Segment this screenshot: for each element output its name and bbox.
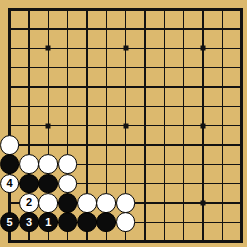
intersection-1-8 — [19, 155, 38, 174]
intersection-12-2 — [232, 39, 247, 58]
intersection-6-10 — [116, 193, 135, 212]
go-diagram: 42531 — [0, 0, 247, 247]
intersection-0-6 — [0, 116, 19, 135]
intersection-0-1 — [0, 19, 19, 38]
intersection-4-7 — [77, 135, 96, 154]
intersection-3-10 — [58, 193, 77, 212]
intersection-6-5 — [116, 97, 135, 116]
intersection-10-1 — [193, 19, 212, 38]
intersection-9-10 — [174, 193, 193, 212]
intersection-2-8 — [39, 155, 58, 174]
intersection-5-3 — [97, 58, 116, 77]
intersection-3-1 — [58, 19, 77, 38]
intersection-8-10 — [155, 193, 174, 212]
intersection-7-9 — [135, 174, 154, 193]
intersection-10-4 — [193, 77, 212, 96]
intersection-9-7 — [174, 135, 193, 154]
intersection-6-1 — [116, 19, 135, 38]
intersection-11-0 — [213, 0, 232, 19]
intersection-10-10 — [193, 193, 212, 212]
intersection-5-9 — [97, 174, 116, 193]
white-stone-move-4: 4 — [0, 174, 20, 194]
intersection-8-2 — [155, 39, 174, 58]
intersection-2-9 — [39, 174, 58, 193]
intersection-2-4 — [39, 77, 58, 96]
intersection-0-0 — [0, 0, 19, 19]
intersection-9-1 — [174, 19, 193, 38]
intersection-5-0 — [97, 0, 116, 19]
intersection-5-7 — [97, 135, 116, 154]
star-point — [46, 46, 51, 51]
intersection-12-7 — [232, 135, 247, 154]
intersection-0-2 — [0, 39, 19, 58]
intersection-5-5 — [97, 97, 116, 116]
intersection-10-2 — [193, 39, 212, 58]
intersection-8-4 — [155, 77, 174, 96]
intersection-2-0 — [39, 0, 58, 19]
intersection-6-8 — [116, 155, 135, 174]
intersection-1-10: 2 — [19, 193, 38, 212]
intersection-12-4 — [232, 77, 247, 96]
intersection-2-7 — [39, 135, 58, 154]
intersection-1-2 — [19, 39, 38, 58]
intersection-4-5 — [77, 97, 96, 116]
intersection-0-11: 5 — [0, 213, 19, 232]
star-point — [123, 123, 128, 128]
intersection-3-8 — [58, 155, 77, 174]
intersection-11-9 — [213, 174, 232, 193]
intersection-8-8 — [155, 155, 174, 174]
intersection-6-2 — [116, 39, 135, 58]
intersection-11-4 — [213, 77, 232, 96]
intersection-1-4 — [19, 77, 38, 96]
intersection-1-0 — [19, 0, 38, 19]
intersection-11-2 — [213, 39, 232, 58]
intersection-4-2 — [77, 39, 96, 58]
intersection-11-11 — [213, 213, 232, 232]
white-stone — [19, 154, 39, 174]
intersection-7-10 — [135, 193, 154, 212]
intersection-2-5 — [39, 97, 58, 116]
intersection-12-6 — [232, 116, 247, 135]
intersection-3-2 — [58, 39, 77, 58]
black-stone — [58, 193, 78, 213]
white-stone — [116, 193, 136, 213]
star-point — [200, 200, 205, 205]
intersection-9-3 — [174, 58, 193, 77]
intersection-5-11 — [97, 213, 116, 232]
intersection-0-7 — [0, 135, 19, 154]
intersection-6-6 — [116, 116, 135, 135]
intersection-10-9 — [193, 174, 212, 193]
go-board: 42531 — [0, 0, 247, 247]
intersection-2-1 — [39, 19, 58, 38]
black-stone — [58, 212, 78, 232]
intersection-5-8 — [97, 155, 116, 174]
intersection-4-1 — [77, 19, 96, 38]
intersection-8-12 — [155, 232, 174, 247]
intersection-0-4 — [0, 77, 19, 96]
intersection-4-3 — [77, 58, 96, 77]
intersection-11-8 — [213, 155, 232, 174]
intersection-1-1 — [19, 19, 38, 38]
intersection-10-3 — [193, 58, 212, 77]
black-stone — [77, 212, 97, 232]
intersection-3-12 — [58, 232, 77, 247]
intersection-11-10 — [213, 193, 232, 212]
intersection-1-5 — [19, 97, 38, 116]
intersection-12-0 — [232, 0, 247, 19]
intersection-0-12 — [0, 232, 19, 247]
intersection-4-11 — [77, 213, 96, 232]
intersection-12-5 — [232, 97, 247, 116]
intersection-9-0 — [174, 0, 193, 19]
intersection-9-6 — [174, 116, 193, 135]
intersection-6-3 — [116, 58, 135, 77]
intersection-2-2 — [39, 39, 58, 58]
white-stone — [38, 154, 58, 174]
intersection-4-4 — [77, 77, 96, 96]
intersection-5-2 — [97, 39, 116, 58]
intersection-6-11 — [116, 213, 135, 232]
intersection-7-11 — [135, 213, 154, 232]
intersection-4-8 — [77, 155, 96, 174]
intersection-2-3 — [39, 58, 58, 77]
intersection-11-7 — [213, 135, 232, 154]
intersection-0-3 — [0, 58, 19, 77]
intersection-6-0 — [116, 0, 135, 19]
intersection-6-9 — [116, 174, 135, 193]
intersection-9-11 — [174, 213, 193, 232]
intersection-7-0 — [135, 0, 154, 19]
intersection-12-12 — [232, 232, 247, 247]
intersection-7-7 — [135, 135, 154, 154]
intersection-4-9 — [77, 174, 96, 193]
intersection-6-4 — [116, 77, 135, 96]
intersection-8-5 — [155, 97, 174, 116]
intersection-5-10 — [97, 193, 116, 212]
intersection-1-7 — [19, 135, 38, 154]
intersection-10-6 — [193, 116, 212, 135]
intersection-7-6 — [135, 116, 154, 135]
star-point — [46, 123, 51, 128]
intersection-0-9: 4 — [0, 174, 19, 193]
intersection-8-6 — [155, 116, 174, 135]
intersection-1-3 — [19, 58, 38, 77]
intersection-11-12 — [213, 232, 232, 247]
black-stone — [38, 174, 58, 194]
intersection-3-0 — [58, 0, 77, 19]
intersection-7-4 — [135, 77, 154, 96]
intersection-9-8 — [174, 155, 193, 174]
intersection-0-10 — [0, 193, 19, 212]
intersection-5-4 — [97, 77, 116, 96]
intersection-4-10 — [77, 193, 96, 212]
intersection-12-11 — [232, 213, 247, 232]
intersection-9-9 — [174, 174, 193, 193]
white-stone — [77, 193, 97, 213]
intersection-8-1 — [155, 19, 174, 38]
intersection-5-1 — [97, 19, 116, 38]
white-stone — [0, 135, 20, 155]
intersection-2-11: 1 — [39, 213, 58, 232]
intersection-1-12 — [19, 232, 38, 247]
intersection-7-5 — [135, 97, 154, 116]
black-stone — [19, 174, 39, 194]
intersection-5-12 — [97, 232, 116, 247]
intersection-7-3 — [135, 58, 154, 77]
black-stone-move-3: 3 — [19, 212, 39, 232]
white-stone-move-2: 2 — [19, 193, 39, 213]
intersection-2-6 — [39, 116, 58, 135]
intersection-3-3 — [58, 58, 77, 77]
intersection-12-8 — [232, 155, 247, 174]
intersection-4-0 — [77, 0, 96, 19]
intersection-3-9 — [58, 174, 77, 193]
intersection-10-0 — [193, 0, 212, 19]
intersection-4-12 — [77, 232, 96, 247]
white-stone — [116, 212, 136, 232]
intersection-1-9 — [19, 174, 38, 193]
intersection-1-6 — [19, 116, 38, 135]
white-stone — [38, 193, 58, 213]
intersection-8-9 — [155, 174, 174, 193]
star-point — [123, 46, 128, 51]
intersection-3-5 — [58, 97, 77, 116]
intersection-3-7 — [58, 135, 77, 154]
intersection-3-4 — [58, 77, 77, 96]
white-stone — [96, 193, 116, 213]
intersection-10-5 — [193, 97, 212, 116]
intersection-8-3 — [155, 58, 174, 77]
intersection-6-12 — [116, 232, 135, 247]
black-stone-move-5: 5 — [0, 212, 20, 232]
intersection-0-5 — [0, 97, 19, 116]
intersection-12-10 — [232, 193, 247, 212]
intersection-10-12 — [193, 232, 212, 247]
intersection-12-1 — [232, 19, 247, 38]
intersection-12-3 — [232, 58, 247, 77]
black-stone-move-1: 1 — [38, 212, 58, 232]
intersection-1-11: 3 — [19, 213, 38, 232]
black-stone — [0, 154, 20, 174]
intersection-11-5 — [213, 97, 232, 116]
white-stone — [58, 154, 78, 174]
white-stone — [58, 174, 78, 194]
intersection-10-7 — [193, 135, 212, 154]
intersection-7-12 — [135, 232, 154, 247]
intersection-10-8 — [193, 155, 212, 174]
intersection-3-6 — [58, 116, 77, 135]
intersection-11-6 — [213, 116, 232, 135]
intersection-7-2 — [135, 39, 154, 58]
intersection-11-1 — [213, 19, 232, 38]
intersection-7-8 — [135, 155, 154, 174]
star-point — [200, 46, 205, 51]
intersection-4-6 — [77, 116, 96, 135]
intersection-9-5 — [174, 97, 193, 116]
intersection-12-9 — [232, 174, 247, 193]
intersection-0-8 — [0, 155, 19, 174]
star-point — [200, 123, 205, 128]
intersection-8-7 — [155, 135, 174, 154]
intersection-7-1 — [135, 19, 154, 38]
intersection-5-6 — [97, 116, 116, 135]
intersection-3-11 — [58, 213, 77, 232]
intersection-9-12 — [174, 232, 193, 247]
intersection-8-0 — [155, 0, 174, 19]
intersection-2-10 — [39, 193, 58, 212]
intersection-9-4 — [174, 77, 193, 96]
intersection-8-11 — [155, 213, 174, 232]
intersection-2-12 — [39, 232, 58, 247]
intersection-11-3 — [213, 58, 232, 77]
black-stone — [96, 212, 116, 232]
intersection-9-2 — [174, 39, 193, 58]
intersection-10-11 — [193, 213, 212, 232]
intersection-6-7 — [116, 135, 135, 154]
